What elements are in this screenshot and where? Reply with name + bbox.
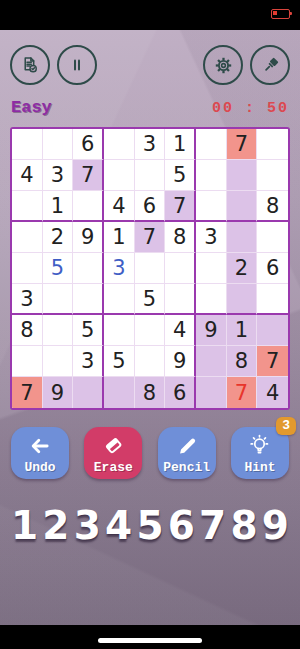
cell-r6c5[interactable]: 5: [135, 284, 166, 315]
cell-r4c2[interactable]: 2: [43, 222, 74, 253]
cell-r2c4[interactable]: [104, 160, 135, 191]
cell-r4c9[interactable]: [257, 222, 288, 253]
cell-r5c4[interactable]: 3: [104, 253, 135, 284]
numpad-4[interactable]: 4: [105, 505, 132, 548]
numpad-6[interactable]: 6: [168, 505, 195, 548]
cell-r1c7[interactable]: [196, 129, 227, 160]
undo-label: Undo: [24, 459, 55, 476]
cell-r4c1[interactable]: [12, 222, 43, 253]
hint-count-badge: 3: [276, 417, 296, 435]
cell-r8c1[interactable]: [12, 346, 43, 377]
cell-r8c5[interactable]: [135, 346, 166, 377]
phone-screen: Easy 00 : 50 631743751467829178353263585…: [0, 0, 300, 649]
sudoku-board: 6317437514678291783532635854913598779867…: [10, 127, 290, 410]
cell-r9c8[interactable]: 7: [227, 377, 258, 408]
statistics-button[interactable]: [10, 45, 50, 85]
undo-button[interactable]: Undo: [11, 427, 69, 479]
cell-r2c6[interactable]: 5: [165, 160, 196, 191]
cell-r9c7[interactable]: [196, 377, 227, 408]
cell-r3c1[interactable]: [12, 191, 43, 222]
cell-r7c8[interactable]: 1: [227, 315, 258, 346]
cell-r2c3[interactable]: 7: [73, 160, 104, 191]
cell-r7c5[interactable]: [135, 315, 166, 346]
cell-r1c1[interactable]: [12, 129, 43, 160]
cell-r5c3[interactable]: [73, 253, 104, 284]
cell-r1c3[interactable]: 6: [73, 129, 104, 160]
cell-r5c9[interactable]: 6: [257, 253, 288, 284]
timer: 00 : 50: [212, 100, 289, 117]
cell-r7c3[interactable]: 5: [73, 315, 104, 346]
cell-r9c6[interactable]: 6: [165, 377, 196, 408]
paintbrush-icon: [258, 53, 283, 78]
cell-r3c2[interactable]: 1: [43, 191, 74, 222]
cell-r9c5[interactable]: 8: [135, 377, 166, 408]
settings-button[interactable]: [203, 45, 243, 85]
numpad-2[interactable]: 2: [42, 505, 69, 548]
cell-r6c3[interactable]: [73, 284, 104, 315]
cell-r3c8[interactable]: [227, 191, 258, 222]
cell-r2c9[interactable]: [257, 160, 288, 191]
home-bar-area: [0, 625, 300, 649]
cell-r9c9[interactable]: 4: [257, 377, 288, 408]
pause-icon: [65, 53, 89, 77]
cell-r1c4[interactable]: [104, 129, 135, 160]
numpad-5[interactable]: 5: [136, 505, 163, 548]
cell-r3c9[interactable]: 8: [257, 191, 288, 222]
cell-r4c5[interactable]: 7: [135, 222, 166, 253]
pencil-button[interactable]: Pencil: [158, 427, 216, 479]
document-check-icon: [17, 52, 43, 78]
cell-r1c8[interactable]: 7: [227, 129, 258, 160]
cell-r4c3[interactable]: 9: [73, 222, 104, 253]
cell-r6c2[interactable]: [43, 284, 74, 315]
battery-icon: [271, 9, 290, 19]
pause-button[interactable]: [57, 45, 97, 85]
cell-r8c3[interactable]: 3: [73, 346, 104, 377]
cell-r8c6[interactable]: 9: [165, 346, 196, 377]
hint-button[interactable]: 3 Hint: [231, 427, 289, 479]
numpad-7[interactable]: 7: [199, 505, 226, 548]
cell-r5c8[interactable]: 2: [227, 253, 258, 284]
cell-r6c7[interactable]: [196, 284, 227, 315]
cell-r7c2[interactable]: [43, 315, 74, 346]
cell-r1c2[interactable]: [43, 129, 74, 160]
cell-r1c9[interactable]: [257, 129, 288, 160]
cell-r2c8[interactable]: [227, 160, 258, 191]
status-bar: [0, 0, 300, 30]
cell-r6c4[interactable]: [104, 284, 135, 315]
info-row: Easy 00 : 50: [11, 98, 289, 117]
cell-r9c4[interactable]: [104, 377, 135, 408]
cell-r2c7[interactable]: [196, 160, 227, 191]
hint-label: Hint: [244, 459, 275, 476]
cell-r5c2[interactable]: 5: [43, 253, 74, 284]
cell-r9c1[interactable]: 7: [12, 377, 43, 408]
numpad-1[interactable]: 1: [11, 505, 38, 548]
cell-r6c1[interactable]: 3: [12, 284, 43, 315]
cell-r7c1[interactable]: 8: [12, 315, 43, 346]
pencil-icon: [174, 432, 200, 459]
cell-r7c4[interactable]: [104, 315, 135, 346]
cell-r5c1[interactable]: [12, 253, 43, 284]
cell-r2c2[interactable]: 3: [43, 160, 74, 191]
erase-button[interactable]: Erase: [84, 427, 142, 479]
cell-r6c9[interactable]: [257, 284, 288, 315]
cell-r3c7[interactable]: [196, 191, 227, 222]
difficulty-label: Easy: [11, 98, 52, 117]
cell-r3c4[interactable]: 4: [104, 191, 135, 222]
eraser-icon: [100, 432, 127, 459]
cell-r8c2[interactable]: [43, 346, 74, 377]
cell-r6c8[interactable]: [227, 284, 258, 315]
cell-r9c2[interactable]: 9: [43, 377, 74, 408]
cell-r7c7[interactable]: 9: [196, 315, 227, 346]
cell-r1c6[interactable]: 1: [165, 129, 196, 160]
cell-r5c6[interactable]: [165, 253, 196, 284]
cell-r3c3[interactable]: [73, 191, 104, 222]
cell-r2c5[interactable]: [135, 160, 166, 191]
cell-r7c9[interactable]: [257, 315, 288, 346]
cell-r4c6[interactable]: 8: [165, 222, 196, 253]
number-pad: 123456789: [11, 505, 289, 548]
cell-r8c4[interactable]: 5: [104, 346, 135, 377]
theme-button[interactable]: [250, 45, 290, 85]
cell-r4c4[interactable]: 1: [104, 222, 135, 253]
pencil-label: Pencil: [163, 459, 210, 476]
numpad-3[interactable]: 3: [74, 505, 101, 548]
cell-r4c8[interactable]: [227, 222, 258, 253]
top-toolbar: [10, 45, 290, 85]
cell-r7c6[interactable]: 4: [165, 315, 196, 346]
cell-r9c3[interactable]: [73, 377, 104, 408]
gear-icon: [211, 53, 236, 78]
home-indicator[interactable]: [98, 638, 202, 643]
numpad-8[interactable]: 8: [230, 505, 257, 548]
cell-r5c7[interactable]: [196, 253, 227, 284]
cell-r8c9[interactable]: 7: [257, 346, 288, 377]
toolbar-right-group: [196, 45, 290, 85]
action-bar: Undo Erase Pencil 3: [11, 427, 289, 479]
cell-r3c6[interactable]: 7: [165, 191, 196, 222]
cell-r5c5[interactable]: [135, 253, 166, 284]
cell-r4c7[interactable]: 3: [196, 222, 227, 253]
lightbulb-icon: [246, 432, 273, 459]
cell-r8c7[interactable]: [196, 346, 227, 377]
cell-r1c5[interactable]: 3: [135, 129, 166, 160]
erase-label: Erase: [94, 459, 133, 476]
cell-r3c5[interactable]: 6: [135, 191, 166, 222]
cell-r2c1[interactable]: 4: [12, 160, 43, 191]
numpad-9[interactable]: 9: [262, 505, 289, 548]
cell-r8c8[interactable]: 8: [227, 346, 258, 377]
undo-arrow-icon: [27, 432, 53, 459]
cell-r6c6[interactable]: [165, 284, 196, 315]
